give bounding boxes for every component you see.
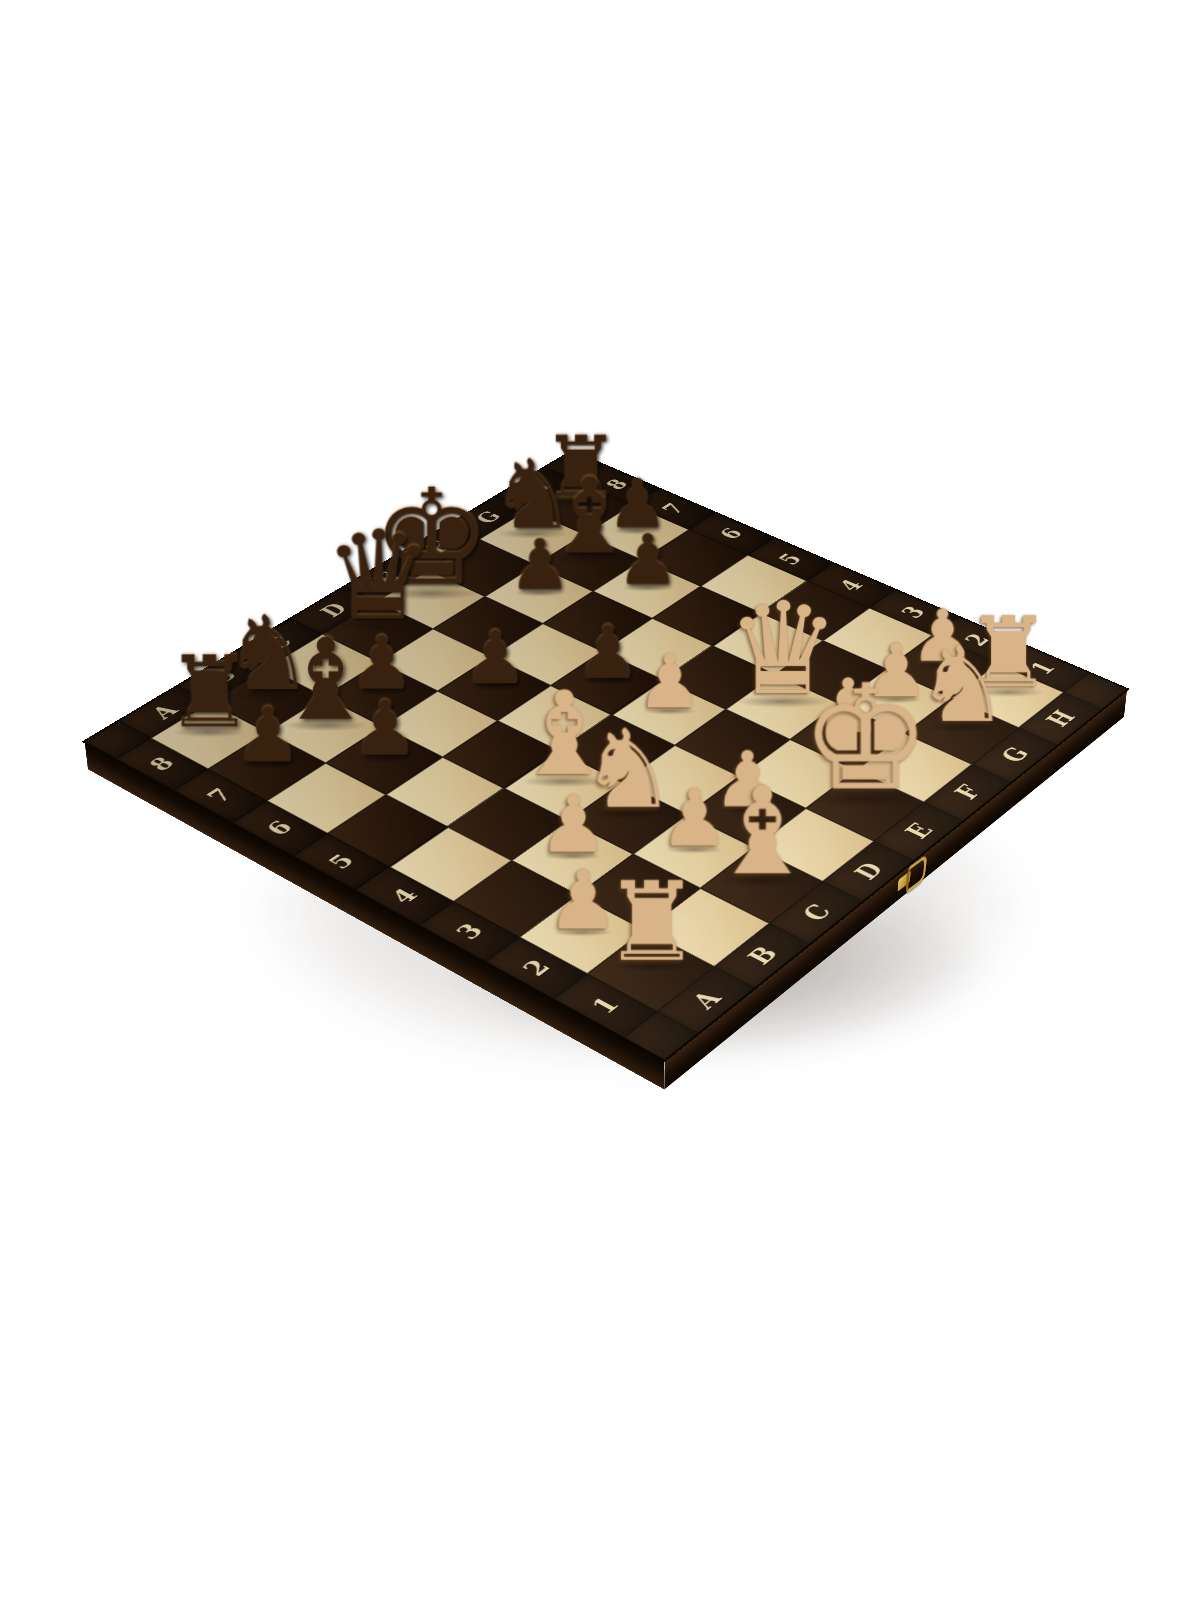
rank-label: 8 (144, 754, 180, 775)
file-label: A (685, 987, 727, 1013)
rank-label: 7 (202, 785, 239, 806)
file-label: H (1041, 707, 1081, 730)
rank-label: 5 (322, 850, 360, 872)
black-pawn-f7[interactable]: ♟ (508, 530, 571, 600)
file-label: F (949, 782, 987, 803)
file-label: B (741, 942, 784, 968)
black-pawn-g6[interactable]: ♟ (616, 525, 679, 595)
rank-label: 5 (774, 551, 808, 568)
rank-label: 2 (517, 956, 557, 980)
file-label: E (899, 820, 938, 843)
rank-label: 3 (450, 920, 489, 944)
black-pawn-b6[interactable]: ♟ (350, 691, 418, 766)
white-king-e1[interactable]: ♚ (800, 666, 931, 812)
file-label: C (796, 900, 837, 925)
file-label: D (848, 859, 890, 884)
rank-label: 4 (385, 884, 423, 907)
file-label: G (995, 744, 1034, 766)
scene: ABCDEFGH8♜♞♛♚♞♜87♟♝♟♟♝♟76♟♟♟65♟54♝♟43♟♞♛… (0, 0, 1200, 1600)
black-pawn-a7[interactable]: ♟ (233, 696, 301, 772)
white-rook-a1[interactable]: ♜ (602, 868, 700, 977)
rank-label: 6 (261, 817, 298, 839)
rank-label: 6 (715, 525, 748, 542)
rank-label: 1 (585, 993, 625, 1018)
white-bishop-c1[interactable]: ♝ (708, 771, 816, 891)
